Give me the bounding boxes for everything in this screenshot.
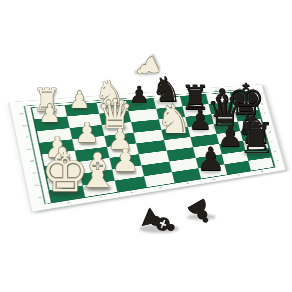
chess-set-photo: hh11gg22ff33ee44dd55cc66bb77aa88 ♜♞♚♟♛♝♟…: [0, 0, 292, 292]
coordinate-label: 7: [237, 174, 240, 176]
coordinate-label: 5: [186, 182, 189, 184]
piece-white-pawn-g1[interactable]: ♟: [39, 102, 61, 127]
coordinate-label: b: [35, 184, 39, 187]
piece-black-rook-b8[interactable]: ♜: [237, 117, 275, 159]
coordinate-label: 3: [129, 191, 133, 193]
square-a7[interactable]: [224, 161, 251, 175]
coordinate-label: g: [22, 125, 26, 127]
coordinate-label: f: [26, 136, 29, 138]
coordinate-label: 8: [261, 170, 264, 172]
coordinate-label: e: [27, 148, 31, 150]
piece-black-pawn-a6[interactable]: ♟: [196, 143, 225, 175]
coordinate-label: d: [30, 160, 34, 163]
fallen-piece-black-bishop[interactable]: ♝: [132, 196, 185, 247]
coordinate-label: 4: [159, 187, 163, 189]
piece-white-knight-e5[interactable]: ♞: [156, 98, 192, 138]
piece-white-king-a1[interactable]: ♚: [41, 147, 89, 200]
piece-white-pawn-h2[interactable]: ♟: [69, 89, 90, 113]
coordinate-label: 6: [212, 178, 215, 180]
coordinate-label: h: [20, 113, 24, 115]
coordinate-label: c: [33, 172, 37, 174]
coordinate-label: a: [276, 160, 279, 162]
fallen-piece-black-pawn[interactable]: ♟: [182, 192, 220, 231]
